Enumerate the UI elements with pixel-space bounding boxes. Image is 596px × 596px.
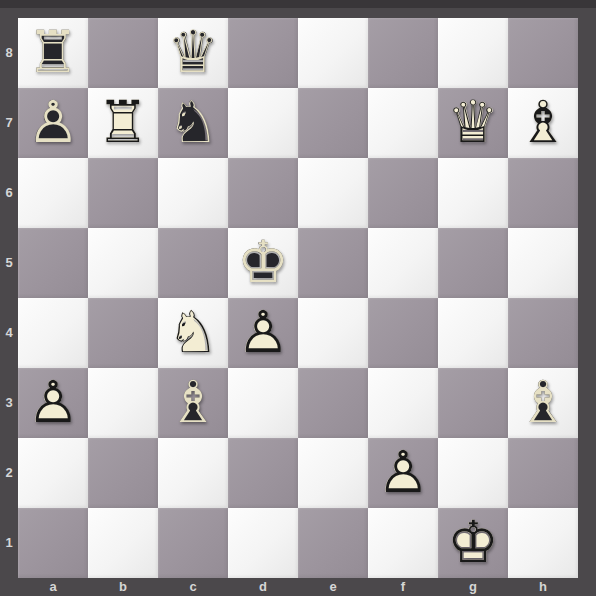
rank-label-3: 3	[0, 368, 18, 438]
square-f8[interactable]	[368, 18, 438, 88]
square-e1[interactable]	[298, 508, 368, 578]
file-label-b: b	[88, 578, 158, 596]
square-b1[interactable]	[88, 508, 158, 578]
square-f7[interactable]	[368, 88, 438, 158]
square-h2[interactable]	[508, 438, 578, 508]
square-d5[interactable]: ♚♔	[228, 228, 298, 298]
square-e7[interactable]	[298, 88, 368, 158]
knight-outline-icon: ♘	[158, 88, 228, 158]
file-label-e: e	[298, 578, 368, 596]
square-b5[interactable]	[88, 228, 158, 298]
square-d6[interactable]	[228, 158, 298, 228]
square-f1[interactable]	[368, 508, 438, 578]
square-b8[interactable]	[88, 18, 158, 88]
white-pawn-d4[interactable]: ♟♙	[228, 298, 298, 368]
square-b2[interactable]	[88, 438, 158, 508]
white-rook-b7[interactable]: ♜♖	[88, 88, 158, 158]
white-queen-g7[interactable]: ♛♕	[438, 88, 508, 158]
square-c4[interactable]: ♞♘	[158, 298, 228, 368]
square-c6[interactable]	[158, 158, 228, 228]
square-g5[interactable]	[438, 228, 508, 298]
square-h7[interactable]: ♝♗	[508, 88, 578, 158]
rank-label-7: 7	[0, 88, 18, 158]
square-a3[interactable]: ♟♙	[18, 368, 88, 438]
rook-outline-icon: ♖	[88, 88, 158, 158]
rank-label-8: 8	[0, 18, 18, 88]
square-h1[interactable]	[508, 508, 578, 578]
square-d8[interactable]	[228, 18, 298, 88]
square-g4[interactable]	[438, 298, 508, 368]
pawn-outline-icon: ♙	[18, 88, 88, 158]
square-f3[interactable]	[368, 368, 438, 438]
square-g3[interactable]	[438, 368, 508, 438]
square-h6[interactable]	[508, 158, 578, 228]
white-pawn-a3[interactable]: ♟♙	[18, 368, 88, 438]
black-king-d5[interactable]: ♚♔	[228, 228, 298, 298]
rank-labels: 87654321	[0, 18, 18, 578]
white-king-g1[interactable]: ♚♔	[438, 508, 508, 578]
square-f6[interactable]	[368, 158, 438, 228]
black-bishop-h3[interactable]: ♝♗	[508, 368, 578, 438]
pawn-outline-icon: ♙	[228, 298, 298, 368]
pawn-outline-icon: ♙	[18, 368, 88, 438]
square-d4[interactable]: ♟♙	[228, 298, 298, 368]
black-queen-c8[interactable]: ♛♕	[158, 18, 228, 88]
white-bishop-h7[interactable]: ♝♗	[508, 88, 578, 158]
square-d1[interactable]	[228, 508, 298, 578]
square-b4[interactable]	[88, 298, 158, 368]
square-e4[interactable]	[298, 298, 368, 368]
square-e8[interactable]	[298, 18, 368, 88]
square-e5[interactable]	[298, 228, 368, 298]
black-bishop-c3[interactable]: ♝♗	[158, 368, 228, 438]
square-a5[interactable]	[18, 228, 88, 298]
square-e3[interactable]	[298, 368, 368, 438]
square-h8[interactable]	[508, 18, 578, 88]
square-f5[interactable]	[368, 228, 438, 298]
black-pawn-a7[interactable]: ♟♙	[18, 88, 88, 158]
square-c8[interactable]: ♛♕	[158, 18, 228, 88]
chessboard-frame: ♜♖♛♕♟♙♜♖♞♘♛♕♝♗♚♔♞♘♟♙♟♙♝♗♝♗♟♙♚♔ 87654321 …	[0, 0, 596, 596]
square-c5[interactable]	[158, 228, 228, 298]
square-g7[interactable]: ♛♕	[438, 88, 508, 158]
file-label-h: h	[508, 578, 578, 596]
square-h5[interactable]	[508, 228, 578, 298]
square-g1[interactable]: ♚♔	[438, 508, 508, 578]
square-b3[interactable]	[88, 368, 158, 438]
square-e6[interactable]	[298, 158, 368, 228]
bishop-outline-icon: ♗	[508, 88, 578, 158]
square-h3[interactable]: ♝♗	[508, 368, 578, 438]
square-a1[interactable]	[18, 508, 88, 578]
file-label-a: a	[18, 578, 88, 596]
black-knight-c7[interactable]: ♞♘	[158, 88, 228, 158]
square-a4[interactable]	[18, 298, 88, 368]
square-g2[interactable]	[438, 438, 508, 508]
white-pawn-f2[interactable]: ♟♙	[368, 438, 438, 508]
square-e2[interactable]	[298, 438, 368, 508]
square-c3[interactable]: ♝♗	[158, 368, 228, 438]
black-rook-a8[interactable]: ♜♖	[18, 18, 88, 88]
square-c2[interactable]	[158, 438, 228, 508]
file-label-g: g	[438, 578, 508, 596]
rank-label-4: 4	[0, 298, 18, 368]
file-label-c: c	[158, 578, 228, 596]
square-b7[interactable]: ♜♖	[88, 88, 158, 158]
king-outline-icon: ♔	[228, 228, 298, 298]
square-g8[interactable]	[438, 18, 508, 88]
rank-label-5: 5	[0, 228, 18, 298]
white-knight-c4[interactable]: ♞♘	[158, 298, 228, 368]
square-b6[interactable]	[88, 158, 158, 228]
queen-outline-icon: ♕	[158, 18, 228, 88]
queen-outline-icon: ♕	[438, 88, 508, 158]
chessboard: ♜♖♛♕♟♙♜♖♞♘♛♕♝♗♚♔♞♘♟♙♟♙♝♗♝♗♟♙♚♔	[18, 18, 578, 578]
pawn-outline-icon: ♙	[368, 438, 438, 508]
bishop-outline-icon: ♗	[158, 368, 228, 438]
rank-label-6: 6	[0, 158, 18, 228]
square-f4[interactable]	[368, 298, 438, 368]
square-a6[interactable]	[18, 158, 88, 228]
square-d3[interactable]	[228, 368, 298, 438]
rook-outline-icon: ♖	[18, 18, 88, 88]
rank-label-1: 1	[0, 508, 18, 578]
bishop-outline-icon: ♗	[508, 368, 578, 438]
square-f2[interactable]: ♟♙	[368, 438, 438, 508]
file-labels: abcdefgh	[18, 578, 578, 596]
square-c1[interactable]	[158, 508, 228, 578]
square-a7[interactable]: ♟♙	[18, 88, 88, 158]
rank-label-2: 2	[0, 438, 18, 508]
square-a2[interactable]	[18, 438, 88, 508]
square-h4[interactable]	[508, 298, 578, 368]
king-outline-icon: ♔	[438, 508, 508, 578]
square-d2[interactable]	[228, 438, 298, 508]
knight-outline-icon: ♘	[158, 298, 228, 368]
file-label-f: f	[368, 578, 438, 596]
square-c7[interactable]: ♞♘	[158, 88, 228, 158]
square-a8[interactable]: ♜♖	[18, 18, 88, 88]
square-g6[interactable]	[438, 158, 508, 228]
square-d7[interactable]	[228, 88, 298, 158]
file-label-d: d	[228, 578, 298, 596]
